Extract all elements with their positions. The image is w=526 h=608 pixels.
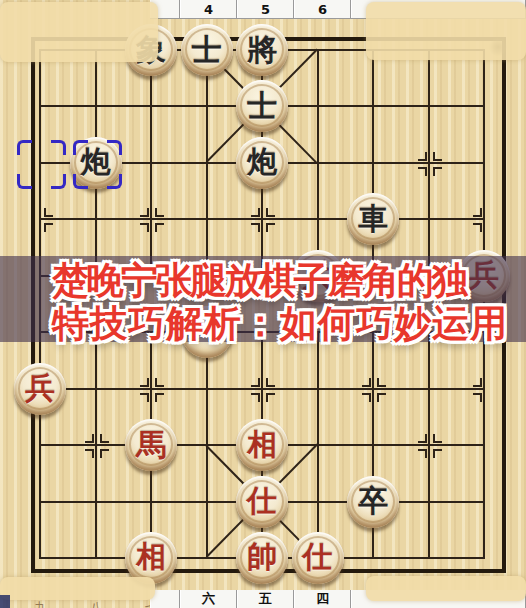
piece-相[interactable]: 相	[236, 419, 288, 471]
last-move-marker-corner	[51, 140, 66, 155]
star-point-marker	[44, 208, 53, 217]
piece-卒[interactable]: 卒	[347, 476, 399, 528]
star-point-marker	[418, 167, 427, 176]
star-point-marker	[251, 208, 260, 217]
piece-face: 炮	[240, 141, 284, 184]
spreadsheet-cell: 4	[180, 0, 237, 18]
piece-face: 卒	[351, 480, 395, 523]
star-point-marker	[362, 393, 371, 402]
piece-glyph: 士	[247, 91, 277, 121]
piece-仕[interactable]: 仕	[292, 532, 344, 584]
star-point-marker	[473, 378, 482, 387]
star-point-marker	[418, 152, 427, 161]
piece-士[interactable]: 士	[181, 24, 233, 76]
star-point-marker	[251, 223, 260, 232]
star-point-marker	[251, 378, 260, 387]
beige-cover-patch-bottom-left	[0, 577, 155, 600]
piece-glyph: 仕	[303, 542, 333, 572]
piece-glyph: 相	[247, 430, 277, 460]
last-move-marker-corner	[17, 140, 32, 155]
piece-glyph: 兵	[25, 373, 55, 403]
star-point-marker	[140, 208, 149, 217]
caption-line-1: 楚晚宁张腿放棋子磨角的独	[52, 262, 466, 299]
piece-仕[interactable]: 仕	[236, 476, 288, 528]
piece-face: 仕	[296, 536, 340, 579]
star-point-marker	[251, 393, 260, 402]
piece-glyph: 卒	[358, 486, 388, 516]
star-point-marker	[473, 208, 482, 217]
piece-face: 車	[351, 197, 395, 240]
star-point-marker	[44, 223, 53, 232]
star-point-marker	[377, 393, 386, 402]
star-point-marker	[433, 449, 442, 458]
piece-glyph: 車	[358, 204, 388, 234]
piece-兵[interactable]: 兵	[14, 363, 66, 415]
piece-glyph: 相	[136, 542, 166, 572]
star-point-marker	[85, 449, 94, 458]
star-point-marker	[266, 208, 275, 217]
star-point-marker	[377, 378, 386, 387]
star-point-marker	[266, 223, 275, 232]
star-point-marker	[100, 434, 109, 443]
wood-file-label: 八	[90, 599, 103, 608]
spreadsheet-cell: 5	[237, 0, 294, 18]
star-point-marker	[418, 449, 427, 458]
star-point-marker	[433, 167, 442, 176]
star-point-marker	[473, 223, 482, 232]
last-move-marker-corner	[73, 174, 88, 189]
piece-glyph: 炮	[247, 147, 277, 177]
piece-glyph: 帥	[247, 542, 277, 572]
piece-face: 士	[185, 28, 229, 71]
wood-file-label: 九	[34, 599, 47, 608]
star-point-marker	[418, 434, 427, 443]
piece-將[interactable]: 將	[236, 24, 288, 76]
screenshot-root: 象士將士炮炮車兵兵兵馬相仕卒相帥仕 楚晚宁张腿放棋子磨角的独 特技巧解析：如何巧…	[0, 0, 526, 608]
star-point-marker	[140, 378, 149, 387]
window-fragment	[0, 595, 10, 608]
star-point-marker	[155, 378, 164, 387]
caption-line-2: 特技巧解析：如何巧妙运用	[52, 305, 508, 342]
file-label-cell: 六	[180, 590, 237, 608]
grid-line-vertical	[95, 331, 97, 559]
star-point-marker	[155, 208, 164, 217]
star-point-marker	[433, 152, 442, 161]
piece-face: 仕	[240, 480, 284, 523]
star-point-marker	[266, 378, 275, 387]
piece-馬[interactable]: 馬	[125, 419, 177, 471]
spreadsheet-cell: 6	[294, 0, 351, 18]
piece-glyph: 將	[247, 35, 277, 65]
piece-glyph: 仕	[247, 486, 277, 516]
piece-face: 帥	[240, 536, 284, 579]
piece-glyph: 士	[192, 35, 222, 65]
piece-車[interactable]: 車	[347, 193, 399, 245]
star-point-marker	[140, 223, 149, 232]
piece-帥[interactable]: 帥	[236, 532, 288, 584]
star-point-marker	[100, 449, 109, 458]
beige-cover-patch-top-left	[0, 2, 158, 62]
last-move-marker-corner	[107, 174, 122, 189]
last-move-marker-corner	[17, 174, 32, 189]
piece-face: 相	[240, 423, 284, 466]
piece-face: 兵	[18, 367, 62, 410]
beige-cover-patch-top-right	[366, 2, 526, 60]
piece-face: 馬	[129, 423, 173, 466]
piece-face: 將	[240, 28, 284, 71]
piece-glyph: 馬	[136, 430, 166, 460]
beige-cover-patch-bottom-right	[366, 576, 526, 601]
last-move-marker-corner	[107, 140, 122, 155]
piece-face: 相	[129, 536, 173, 579]
star-point-marker	[155, 223, 164, 232]
star-point-marker	[266, 393, 275, 402]
star-point-marker	[155, 393, 164, 402]
star-point-marker	[433, 434, 442, 443]
last-move-marker-corner	[51, 174, 66, 189]
grid-line-vertical	[150, 49, 152, 277]
piece-炮[interactable]: 炮	[236, 137, 288, 189]
grid-line-vertical	[428, 49, 430, 277]
star-point-marker	[140, 393, 149, 402]
piece-face: 士	[240, 84, 284, 127]
last-move-marker-corner	[73, 140, 88, 155]
star-point-marker	[362, 378, 371, 387]
file-label-cell: 五	[237, 590, 294, 608]
star-point-marker	[473, 393, 482, 402]
file-label-cell: 四	[294, 590, 351, 608]
grid-line-vertical	[428, 331, 430, 559]
star-point-marker	[85, 434, 94, 443]
